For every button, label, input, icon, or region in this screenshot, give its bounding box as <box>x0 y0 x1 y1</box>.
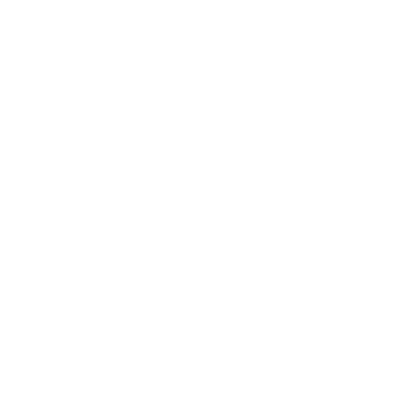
chinese-checkers-scene <box>0 0 400 400</box>
board <box>0 0 400 400</box>
